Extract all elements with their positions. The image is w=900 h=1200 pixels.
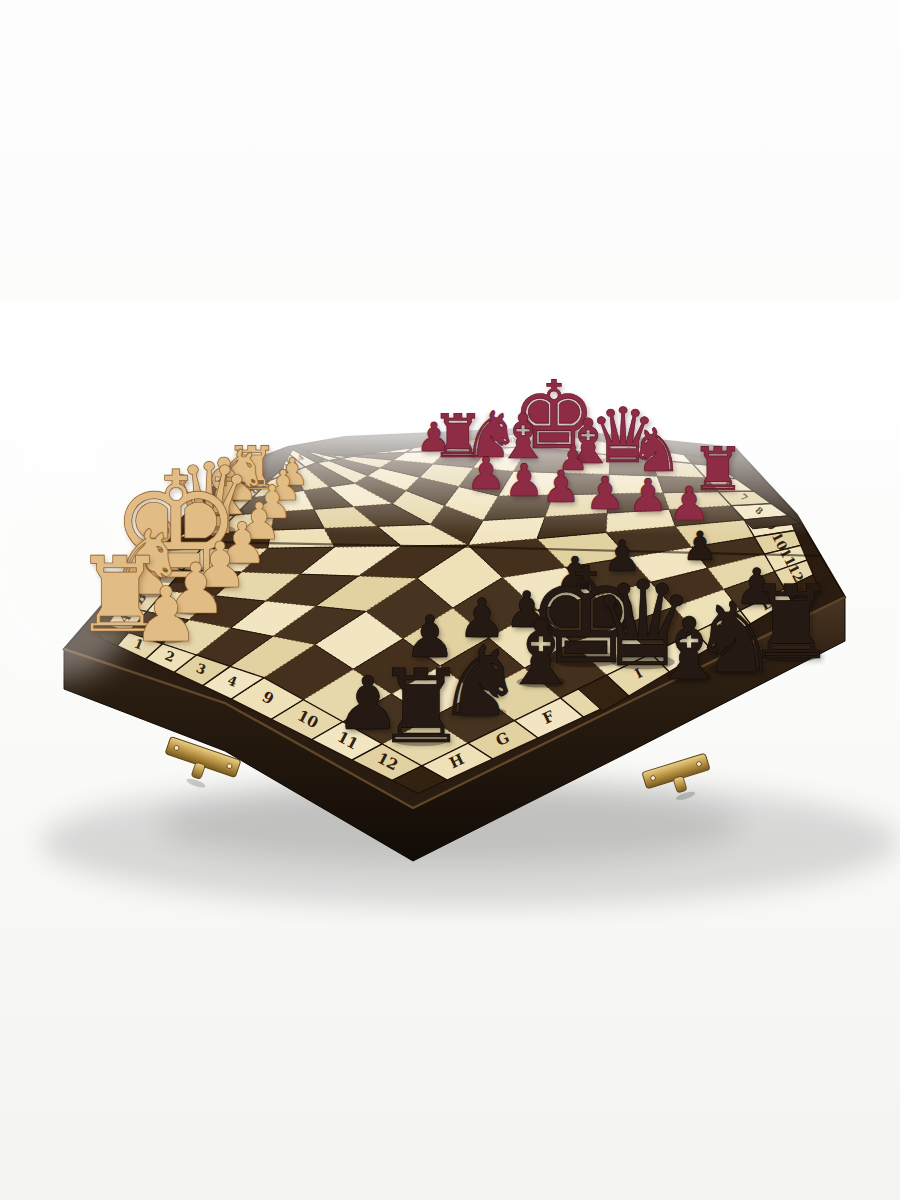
three-player-chessboard: 9101112EFGHIJKL91011128765IJKLDCBA876543… xyxy=(0,0,900,1200)
product-photo-scene: 9101112EFGHIJKL91011128765IJKLDCBA876543… xyxy=(0,0,900,1200)
clasp-knob xyxy=(191,762,205,779)
